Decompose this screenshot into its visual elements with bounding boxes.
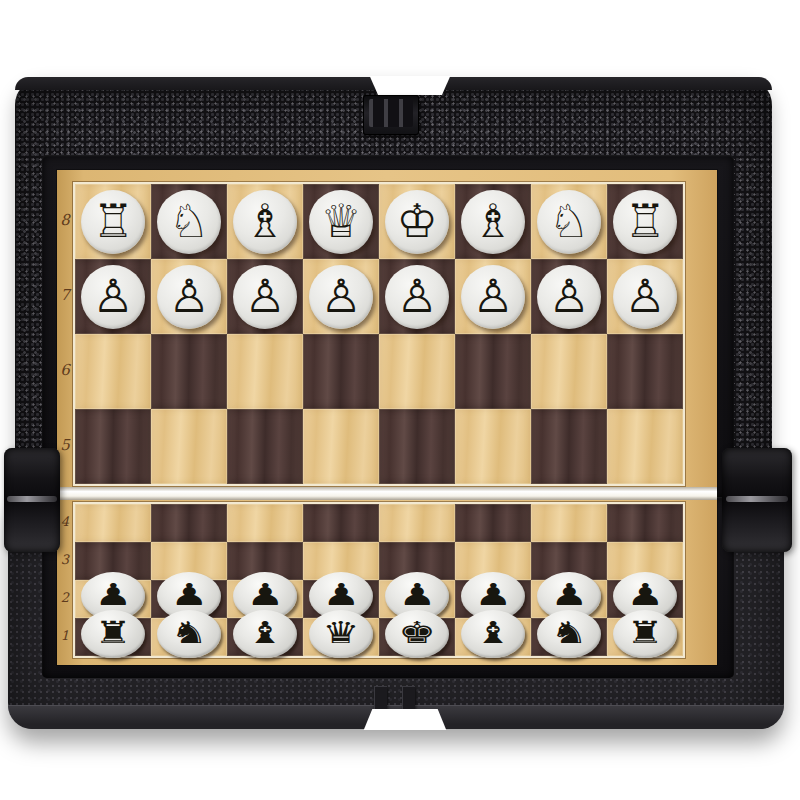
square-e7[interactable]: ♙	[379, 259, 455, 334]
hinge-seam	[57, 487, 717, 500]
square-f8[interactable]: ♗	[455, 184, 531, 259]
square-f6[interactable]	[455, 334, 531, 409]
piece-white-pawn-d7[interactable]: ♙	[309, 265, 373, 329]
square-d4[interactable]	[303, 504, 379, 542]
square-a7[interactable]: ♙	[75, 259, 151, 334]
square-c4[interactable]	[227, 504, 303, 542]
white-queen-glyph: ♕	[320, 198, 361, 244]
piece-white-queen-d8[interactable]: ♕	[309, 190, 373, 254]
white-bishop-glyph: ♗	[472, 198, 513, 244]
square-g8[interactable]: ♘	[531, 184, 607, 259]
square-c6[interactable]	[227, 334, 303, 409]
white-pawn-glyph: ♙	[396, 273, 437, 319]
square-a5[interactable]	[75, 409, 151, 484]
white-pawn-glyph: ♙	[320, 273, 361, 319]
chessboard-bottom-half: ♟♟♟♟♟♟♟♟♜♞♝♛♚♝♞♜ 4321	[57, 499, 717, 665]
board-border-line-bottom: ♟♟♟♟♟♟♟♟♜♞♝♛♚♝♞♜	[73, 502, 685, 658]
square-h6[interactable]	[607, 334, 683, 409]
black-rook-glyph: ♜	[626, 618, 664, 648]
black-bishop-glyph: ♝	[474, 618, 512, 648]
square-e1[interactable]: ♚	[379, 618, 455, 656]
white-bishop-glyph: ♗	[244, 198, 285, 244]
piece-white-knight-b8[interactable]: ♘	[157, 190, 221, 254]
square-f4[interactable]	[455, 504, 531, 542]
board-border-line-top: ♖♘♗♕♔♗♘♖♙♙♙♙♙♙♙♙	[73, 182, 685, 486]
square-c1[interactable]: ♝	[227, 618, 303, 656]
piece-black-queen-d1[interactable]: ♛	[309, 610, 373, 658]
square-h7[interactable]: ♙	[607, 259, 683, 334]
rank-label-6: 6	[60, 361, 70, 379]
piece-white-rook-a8[interactable]: ♖	[81, 190, 145, 254]
square-b8[interactable]: ♘	[151, 184, 227, 259]
rank-labels-top: 8765	[57, 182, 73, 482]
square-c7[interactable]: ♙	[227, 259, 303, 334]
white-king-glyph: ♔	[396, 198, 437, 244]
white-pawn-glyph: ♙	[472, 273, 513, 319]
square-g4[interactable]	[531, 504, 607, 542]
piece-white-pawn-f7[interactable]: ♙	[461, 265, 525, 329]
square-b1[interactable]: ♞	[151, 618, 227, 656]
square-a1[interactable]: ♜	[75, 618, 151, 656]
square-e6[interactable]	[379, 334, 455, 409]
piece-white-king-e8[interactable]: ♔	[385, 190, 449, 254]
white-knight-glyph: ♘	[548, 198, 589, 244]
black-pawn-glyph: ♟	[550, 580, 588, 610]
piece-white-pawn-c7[interactable]: ♙	[233, 265, 297, 329]
white-pawn-glyph: ♙	[244, 273, 285, 319]
square-e4[interactable]	[379, 504, 455, 542]
square-d7[interactable]: ♙	[303, 259, 379, 334]
piece-white-knight-g8[interactable]: ♘	[537, 190, 601, 254]
square-h1[interactable]: ♜	[607, 618, 683, 656]
piece-white-pawn-e7[interactable]: ♙	[385, 265, 449, 329]
rank-label-2: 2	[61, 590, 69, 605]
rank-label-8: 8	[60, 211, 70, 229]
black-king-glyph: ♚	[398, 618, 436, 648]
piece-black-king-e1[interactable]: ♚	[385, 610, 449, 658]
square-g6[interactable]	[531, 334, 607, 409]
square-a8[interactable]: ♖	[75, 184, 151, 259]
square-h5[interactable]	[607, 409, 683, 484]
pocket-chess-set-photo: ♖♘♗♕♔♗♘♖♙♙♙♙♙♙♙♙ 8765 ♟♟♟♟♟♟♟♟♜♞♝♛♚♝♞♜ 4…	[0, 0, 800, 800]
bottom-edge-latch-notch	[362, 709, 448, 730]
square-f1[interactable]: ♝	[455, 618, 531, 656]
piece-white-pawn-b7[interactable]: ♙	[157, 265, 221, 329]
black-pawn-glyph: ♟	[626, 580, 664, 610]
squares-grid-top: ♖♘♗♕♔♗♘♖♙♙♙♙♙♙♙♙	[75, 184, 683, 484]
squares-grid-bottom: ♟♟♟♟♟♟♟♟♜♞♝♛♚♝♞♜	[75, 504, 683, 656]
black-pawn-glyph: ♟	[170, 580, 208, 610]
square-a6[interactable]	[75, 334, 151, 409]
rank-label-3: 3	[61, 552, 69, 567]
square-d8[interactable]: ♕	[303, 184, 379, 259]
square-c5[interactable]	[227, 409, 303, 484]
bottom-latch-tab-left	[374, 686, 387, 712]
square-d1[interactable]: ♛	[303, 618, 379, 656]
black-bishop-glyph: ♝	[246, 618, 284, 648]
square-d5[interactable]	[303, 409, 379, 484]
left-hinge-knuckle	[4, 448, 60, 552]
square-c8[interactable]: ♗	[227, 184, 303, 259]
black-pawn-glyph: ♟	[246, 580, 284, 610]
square-g7[interactable]: ♙	[531, 259, 607, 334]
top-edge-latch-notch	[368, 76, 452, 95]
square-h8[interactable]: ♖	[607, 184, 683, 259]
piece-black-rook-a1[interactable]: ♜	[81, 610, 145, 658]
black-knight-glyph: ♞	[550, 618, 588, 648]
white-rook-glyph: ♖	[92, 198, 133, 244]
white-pawn-glyph: ♙	[624, 273, 665, 319]
black-pawn-glyph: ♟	[94, 580, 132, 610]
piece-black-bishop-c1[interactable]: ♝	[233, 610, 297, 658]
rank-label-7: 7	[60, 286, 70, 304]
white-pawn-glyph: ♙	[92, 273, 133, 319]
square-b5[interactable]	[151, 409, 227, 484]
piece-black-knight-b1[interactable]: ♞	[157, 610, 221, 658]
rank-label-5: 5	[60, 436, 70, 454]
black-pawn-glyph: ♟	[398, 580, 436, 610]
square-e8[interactable]: ♔	[379, 184, 455, 259]
black-queen-glyph: ♛	[322, 618, 360, 648]
black-pawn-glyph: ♟	[474, 580, 512, 610]
piece-white-rook-h8[interactable]: ♖	[613, 190, 677, 254]
square-b4[interactable]	[151, 504, 227, 542]
white-pawn-glyph: ♙	[168, 273, 209, 319]
square-g5[interactable]	[531, 409, 607, 484]
black-knight-glyph: ♞	[170, 618, 208, 648]
piece-white-pawn-h7[interactable]: ♙	[613, 265, 677, 329]
white-knight-glyph: ♘	[168, 198, 209, 244]
square-h4[interactable]	[607, 504, 683, 542]
black-rook-glyph: ♜	[94, 618, 132, 648]
square-g1[interactable]: ♞	[531, 618, 607, 656]
piece-black-rook-h1[interactable]: ♜	[613, 610, 677, 658]
right-hinge-knuckle	[722, 448, 792, 552]
square-f5[interactable]	[455, 409, 531, 484]
square-e5[interactable]	[379, 409, 455, 484]
square-f7[interactable]: ♙	[455, 259, 531, 334]
piece-black-knight-g1[interactable]: ♞	[537, 610, 601, 658]
square-b7[interactable]: ♙	[151, 259, 227, 334]
square-d6[interactable]	[303, 334, 379, 409]
piece-black-bishop-f1[interactable]: ♝	[461, 610, 525, 658]
square-a4[interactable]	[75, 504, 151, 542]
piece-white-pawn-a7[interactable]: ♙	[81, 265, 145, 329]
white-rook-glyph: ♖	[624, 198, 665, 244]
white-pawn-glyph: ♙	[548, 273, 589, 319]
piece-white-bishop-f8[interactable]: ♗	[461, 190, 525, 254]
bottom-latch-tab-right	[402, 686, 415, 712]
piece-white-bishop-c8[interactable]: ♗	[233, 190, 297, 254]
rank-label-1: 1	[61, 628, 69, 643]
chessboard-top-half: ♖♘♗♕♔♗♘♖♙♙♙♙♙♙♙♙ 8765	[57, 170, 717, 490]
piece-white-pawn-g7[interactable]: ♙	[537, 265, 601, 329]
black-pawn-glyph: ♟	[322, 580, 360, 610]
rank-label-4: 4	[61, 514, 69, 529]
top-latch-clasp	[363, 95, 419, 135]
square-b6[interactable]	[151, 334, 227, 409]
